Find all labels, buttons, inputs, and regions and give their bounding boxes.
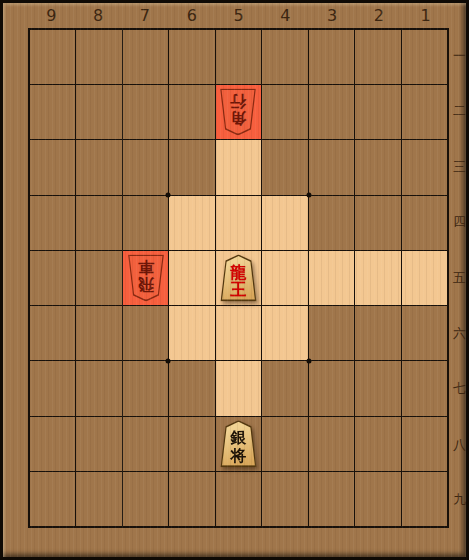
piece-kanji-1: 飛 (138, 275, 154, 292)
square-83[interactable] (76, 140, 121, 194)
square-25[interactable] (355, 251, 400, 305)
square-93[interactable] (30, 140, 75, 194)
square-53[interactable] (216, 140, 261, 194)
square-84[interactable] (76, 196, 121, 250)
piece-kanji-1: 龍 (230, 263, 246, 280)
square-16[interactable] (402, 306, 447, 360)
square-79[interactable] (123, 472, 168, 526)
square-57[interactable] (216, 361, 261, 415)
square-37[interactable] (309, 361, 354, 415)
square-38[interactable] (309, 417, 354, 471)
square-43[interactable] (262, 140, 307, 194)
square-71[interactable] (123, 30, 168, 84)
square-91[interactable] (30, 30, 75, 84)
piece-kanji-2: 車 (138, 258, 154, 275)
square-34[interactable] (309, 196, 354, 250)
square-11[interactable] (402, 30, 447, 84)
piece-body: 飛車 (128, 256, 163, 300)
square-52[interactable]: 角行 (216, 85, 261, 139)
file-label-5: 5 (215, 5, 262, 26)
square-66[interactable] (169, 306, 214, 360)
square-44[interactable] (262, 196, 307, 250)
file-label-9: 9 (28, 5, 75, 26)
square-72[interactable] (123, 85, 168, 139)
shogi-board-frame: 987654321 一二三四五六七八九 角行飛車龍王銀将 (0, 0, 469, 560)
square-61[interactable] (169, 30, 214, 84)
rank-label-7: 七 (451, 361, 468, 417)
square-14[interactable] (402, 196, 447, 250)
square-78[interactable] (123, 417, 168, 471)
square-19[interactable] (402, 472, 447, 526)
square-51[interactable] (216, 30, 261, 84)
square-12[interactable] (402, 85, 447, 139)
file-label-7: 7 (122, 5, 169, 26)
square-67[interactable] (169, 361, 214, 415)
file-label-1: 1 (402, 5, 449, 26)
square-39[interactable] (309, 472, 354, 526)
piece-gote-bishop-52[interactable]: 角行 (219, 89, 257, 136)
square-46[interactable] (262, 306, 307, 360)
piece-outline: 飛車 (127, 254, 165, 301)
piece-kanji-2: 王 (230, 280, 246, 297)
square-24[interactable] (355, 196, 400, 250)
rank-label-5: 五 (451, 250, 468, 306)
shogi-board: 角行飛車龍王銀将 (28, 28, 449, 528)
piece-outline: 銀将 (219, 420, 257, 467)
file-label-2: 2 (355, 5, 402, 26)
square-92[interactable] (30, 85, 75, 139)
square-75[interactable]: 飛車 (123, 251, 168, 305)
rank-label-1: 一 (451, 28, 468, 84)
piece-outline: 角行 (219, 89, 257, 136)
square-64[interactable] (169, 196, 214, 250)
square-28[interactable] (355, 417, 400, 471)
square-26[interactable] (355, 306, 400, 360)
square-21[interactable] (355, 30, 400, 84)
piece-kanji-1: 銀 (230, 429, 246, 446)
rank-labels: 一二三四五六七八九 (451, 28, 468, 528)
rank-label-9: 九 (451, 473, 468, 529)
square-74[interactable] (123, 196, 168, 250)
square-62[interactable] (169, 85, 214, 139)
square-58[interactable]: 銀将 (216, 417, 261, 471)
square-77[interactable] (123, 361, 168, 415)
piece-kanji-1: 角 (230, 110, 246, 127)
square-96[interactable] (30, 306, 75, 360)
square-68[interactable] (169, 417, 214, 471)
square-29[interactable] (355, 472, 400, 526)
square-65[interactable] (169, 251, 214, 305)
file-label-4: 4 (262, 5, 309, 26)
rank-label-2: 二 (451, 84, 468, 140)
square-45[interactable] (262, 251, 307, 305)
piece-kanji-2: 行 (230, 93, 246, 110)
square-95[interactable] (30, 251, 75, 305)
piece-body: 角行 (221, 90, 256, 134)
square-99[interactable] (30, 472, 75, 526)
piece-kanji-2: 将 (230, 446, 246, 463)
square-73[interactable] (123, 140, 168, 194)
square-76[interactable] (123, 306, 168, 360)
square-36[interactable] (309, 306, 354, 360)
square-15[interactable] (402, 251, 447, 305)
file-label-8: 8 (75, 5, 122, 26)
rank-label-8: 八 (451, 417, 468, 473)
square-86[interactable] (76, 306, 121, 360)
file-labels: 987654321 (28, 5, 449, 26)
square-13[interactable] (402, 140, 447, 194)
square-33[interactable] (309, 140, 354, 194)
square-97[interactable] (30, 361, 75, 415)
square-35[interactable] (309, 251, 354, 305)
square-55[interactable]: 龍王 (216, 251, 261, 305)
rank-label-6: 六 (451, 306, 468, 362)
piece-gote-rook-75[interactable]: 飛車 (127, 254, 165, 301)
square-48[interactable] (262, 417, 307, 471)
rank-label-3: 三 (451, 139, 468, 195)
piece-body: 龍王 (221, 256, 256, 300)
square-41[interactable] (262, 30, 307, 84)
square-85[interactable] (76, 251, 121, 305)
square-88[interactable] (76, 417, 121, 471)
piece-outline: 龍王 (219, 254, 257, 301)
square-54[interactable] (216, 196, 261, 250)
square-22[interactable] (355, 85, 400, 139)
square-23[interactable] (355, 140, 400, 194)
square-87[interactable] (76, 361, 121, 415)
square-98[interactable] (30, 417, 75, 471)
square-32[interactable] (309, 85, 354, 139)
square-81[interactable] (76, 30, 121, 84)
square-47[interactable] (262, 361, 307, 415)
piece-sente-silver-58[interactable]: 銀将 (219, 420, 257, 467)
file-label-3: 3 (309, 5, 356, 26)
square-27[interactable] (355, 361, 400, 415)
square-69[interactable] (169, 472, 214, 526)
rank-label-4: 四 (451, 195, 468, 251)
piece-sente-dragon-55[interactable]: 龍王 (219, 254, 257, 301)
square-18[interactable] (402, 417, 447, 471)
square-56[interactable] (216, 306, 261, 360)
piece-body: 銀将 (221, 422, 256, 466)
file-label-6: 6 (168, 5, 215, 26)
square-94[interactable] (30, 196, 75, 250)
square-82[interactable] (76, 85, 121, 139)
square-59[interactable] (216, 472, 261, 526)
square-42[interactable] (262, 85, 307, 139)
square-89[interactable] (76, 472, 121, 526)
square-17[interactable] (402, 361, 447, 415)
square-63[interactable] (169, 140, 214, 194)
square-49[interactable] (262, 472, 307, 526)
square-31[interactable] (309, 30, 354, 84)
